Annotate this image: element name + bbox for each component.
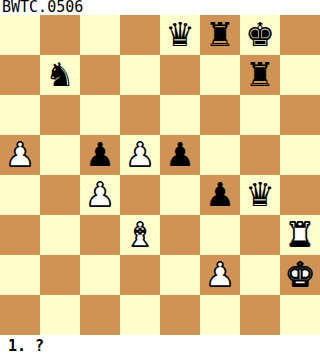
piece-black-pawn: ♟ <box>165 135 195 175</box>
square-c4[interactable]: ♟ <box>80 175 120 215</box>
square-f7[interactable] <box>200 55 240 95</box>
square-f3[interactable] <box>200 215 240 255</box>
piece-white-pawn: ♟ <box>85 175 115 215</box>
square-d8[interactable] <box>120 15 160 55</box>
square-d1[interactable] <box>120 295 160 335</box>
piece-white-pawn: ♟ <box>205 255 235 295</box>
square-a2[interactable] <box>0 255 40 295</box>
square-d6[interactable] <box>120 95 160 135</box>
square-e3[interactable] <box>160 215 200 255</box>
square-f6[interactable] <box>200 95 240 135</box>
square-a8[interactable] <box>0 15 40 55</box>
piece-white-king: ♚ <box>285 255 315 295</box>
piece-black-king: ♚ <box>245 15 275 55</box>
square-d5[interactable]: ♟ <box>120 135 160 175</box>
piece-black-rook: ♜ <box>205 15 235 55</box>
square-c2[interactable] <box>80 255 120 295</box>
square-f2[interactable]: ♟ <box>200 255 240 295</box>
piece-black-knight: ♞ <box>45 55 75 95</box>
square-c3[interactable] <box>80 215 120 255</box>
square-g8[interactable]: ♚ <box>240 15 280 55</box>
square-a4[interactable] <box>0 175 40 215</box>
square-e8[interactable]: ♛ <box>160 15 200 55</box>
square-h5[interactable] <box>280 135 320 175</box>
square-a5[interactable]: ♟ <box>0 135 40 175</box>
square-e7[interactable] <box>160 55 200 95</box>
square-h4[interactable] <box>280 175 320 215</box>
piece-white-bishop: ♝ <box>125 215 155 255</box>
square-c1[interactable] <box>80 295 120 335</box>
square-g4[interactable]: ♛ <box>240 175 280 215</box>
square-e6[interactable] <box>160 95 200 135</box>
square-h6[interactable] <box>280 95 320 135</box>
chess-board: ♛♜♚♞♜♟♟♟♟♟♟♛♝♜♟♚ <box>0 15 320 335</box>
square-h3[interactable]: ♜ <box>280 215 320 255</box>
square-f4[interactable]: ♟ <box>200 175 240 215</box>
square-c5[interactable]: ♟ <box>80 135 120 175</box>
piece-black-rook: ♜ <box>245 55 275 95</box>
square-b1[interactable] <box>40 295 80 335</box>
square-f5[interactable] <box>200 135 240 175</box>
square-c7[interactable] <box>80 55 120 95</box>
square-b8[interactable] <box>40 15 80 55</box>
square-d4[interactable] <box>120 175 160 215</box>
square-d3[interactable]: ♝ <box>120 215 160 255</box>
square-e2[interactable] <box>160 255 200 295</box>
square-a3[interactable] <box>0 215 40 255</box>
square-g5[interactable] <box>240 135 280 175</box>
square-e5[interactable]: ♟ <box>160 135 200 175</box>
square-e1[interactable] <box>160 295 200 335</box>
square-h8[interactable] <box>280 15 320 55</box>
square-b6[interactable] <box>40 95 80 135</box>
square-g7[interactable]: ♜ <box>240 55 280 95</box>
square-g1[interactable] <box>240 295 280 335</box>
piece-black-queen: ♛ <box>245 175 275 215</box>
square-h2[interactable]: ♚ <box>280 255 320 295</box>
piece-white-rook: ♜ <box>285 215 315 255</box>
piece-black-pawn: ♟ <box>85 135 115 175</box>
puzzle-title: BWTC.0506 <box>2 0 83 15</box>
square-f8[interactable]: ♜ <box>200 15 240 55</box>
square-f1[interactable] <box>200 295 240 335</box>
square-b2[interactable] <box>40 255 80 295</box>
square-c8[interactable] <box>80 15 120 55</box>
square-h1[interactable] <box>280 295 320 335</box>
square-b5[interactable] <box>40 135 80 175</box>
piece-black-pawn: ♟ <box>205 175 235 215</box>
square-e4[interactable] <box>160 175 200 215</box>
square-b4[interactable] <box>40 175 80 215</box>
piece-white-pawn: ♟ <box>5 135 35 175</box>
square-g6[interactable] <box>240 95 280 135</box>
square-b7[interactable]: ♞ <box>40 55 80 95</box>
square-d2[interactable] <box>120 255 160 295</box>
square-a7[interactable] <box>0 55 40 95</box>
square-d7[interactable] <box>120 55 160 95</box>
move-prompt: 1. ? <box>8 337 44 355</box>
square-a1[interactable] <box>0 295 40 335</box>
piece-black-queen: ♛ <box>165 15 195 55</box>
piece-white-pawn: ♟ <box>125 135 155 175</box>
square-a6[interactable] <box>0 95 40 135</box>
square-h7[interactable] <box>280 55 320 95</box>
square-g2[interactable] <box>240 255 280 295</box>
square-g3[interactable] <box>240 215 280 255</box>
square-b3[interactable] <box>40 215 80 255</box>
square-c6[interactable] <box>80 95 120 135</box>
